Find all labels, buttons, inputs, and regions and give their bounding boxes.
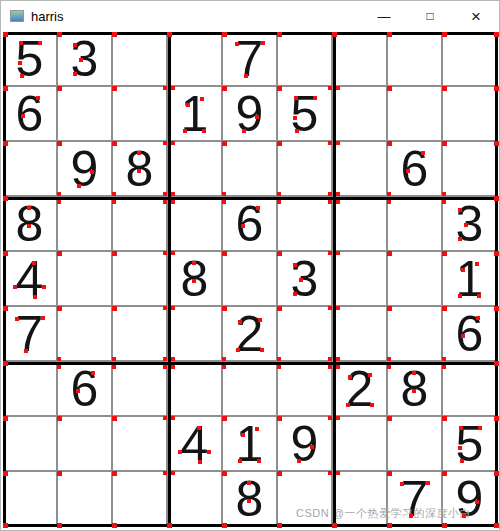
corner-marker xyxy=(494,306,499,311)
sudoku-cell: 3 xyxy=(58,32,113,87)
corner-marker-dot xyxy=(257,459,261,463)
corner-marker xyxy=(277,471,282,476)
corner-marker xyxy=(3,251,8,256)
sudoku-cell xyxy=(58,252,113,307)
corner-marker-dot xyxy=(478,426,482,430)
app-icon xyxy=(10,10,24,22)
sudoku-cell: 5 xyxy=(278,87,333,142)
corner-marker xyxy=(336,141,340,145)
corner-marker xyxy=(336,471,340,475)
corner-marker xyxy=(442,251,447,256)
corner-marker xyxy=(3,306,8,311)
corner-marker-dot xyxy=(241,433,245,437)
corner-marker xyxy=(387,357,391,361)
sudoku-cell: 1 xyxy=(223,417,278,472)
corner-marker-dot xyxy=(426,481,430,485)
corner-marker xyxy=(442,32,447,37)
grid-line-vertical xyxy=(168,32,171,527)
corner-marker xyxy=(387,416,392,421)
sudoku-cell xyxy=(113,417,168,472)
sudoku-board: 537619598686348317266284195879 CSDN @一个热… xyxy=(3,32,498,527)
corner-marker xyxy=(57,365,61,369)
corner-marker xyxy=(328,357,332,361)
corner-marker xyxy=(57,306,62,311)
sudoku-cell: 9 xyxy=(223,87,278,142)
corner-marker xyxy=(336,306,340,310)
corner-marker-dot xyxy=(368,373,372,377)
sudoku-cell xyxy=(388,197,443,252)
corner-marker xyxy=(387,192,391,196)
window-title: harris xyxy=(31,9,64,24)
sudoku-cell xyxy=(113,32,168,87)
corner-marker xyxy=(442,306,447,311)
corner-marker-dot xyxy=(294,96,298,100)
minimize-button[interactable]: — xyxy=(361,1,407,31)
corner-marker xyxy=(57,192,61,196)
sudoku-cell xyxy=(168,197,223,252)
corner-marker-dot xyxy=(21,114,25,118)
corner-marker xyxy=(328,306,332,310)
corner-marker-dot xyxy=(235,42,239,46)
sudoku-grid: 537619598686348317266284195879 xyxy=(3,32,498,527)
maximize-button[interactable]: □ xyxy=(407,1,453,31)
corner-marker xyxy=(328,141,332,145)
sudoku-digit: 4 xyxy=(16,254,44,304)
sudoku-cell xyxy=(223,252,278,307)
sudoku-digit: 9 xyxy=(71,144,99,194)
corner-marker-dot xyxy=(192,279,196,283)
sudoku-cell xyxy=(333,142,388,197)
corner-marker xyxy=(112,416,117,421)
corner-marker xyxy=(328,251,332,255)
corner-marker-dot xyxy=(348,375,352,379)
sudoku-cell xyxy=(113,472,168,527)
corner-marker xyxy=(277,32,282,37)
corner-marker xyxy=(442,86,447,91)
corner-marker xyxy=(171,141,175,145)
corner-marker-dot xyxy=(464,223,468,227)
titlebar[interactable]: harris — □ × xyxy=(1,1,499,31)
sudoku-cell xyxy=(443,362,498,417)
corner-marker xyxy=(387,86,392,91)
sudoku-cell xyxy=(168,472,223,527)
sudoku-cell: 4 xyxy=(168,417,223,472)
corner-marker xyxy=(442,141,447,146)
corner-marker-dot xyxy=(238,320,242,324)
corner-marker-dot xyxy=(241,224,245,228)
corner-marker-dot xyxy=(310,445,314,449)
sudoku-cell xyxy=(333,32,388,87)
sudoku-cell: 3 xyxy=(278,252,333,307)
corner-marker xyxy=(3,471,8,476)
corner-marker xyxy=(336,192,340,196)
sudoku-cell xyxy=(168,32,223,87)
sudoku-cell xyxy=(443,87,498,142)
sudoku-cell: 8 xyxy=(113,142,168,197)
corner-marker xyxy=(171,365,175,369)
corner-marker xyxy=(163,86,167,90)
sudoku-cell xyxy=(333,252,388,307)
corner-marker xyxy=(387,200,391,204)
sudoku-cell: 7 xyxy=(3,307,58,362)
corner-marker xyxy=(57,416,62,421)
corner-marker xyxy=(112,251,117,256)
corner-marker xyxy=(336,200,340,204)
corner-marker-dot xyxy=(238,459,242,463)
corner-marker-dot xyxy=(42,285,46,289)
corner-marker xyxy=(112,523,117,528)
corner-marker-dot xyxy=(247,481,251,485)
corner-marker xyxy=(494,523,499,528)
corner-marker-dot xyxy=(20,74,24,78)
corner-marker-dot xyxy=(475,500,479,504)
corner-marker xyxy=(112,141,117,146)
corner-marker xyxy=(3,141,8,146)
corner-marker xyxy=(336,357,340,361)
corner-marker xyxy=(171,306,175,310)
corner-marker xyxy=(57,357,61,361)
corner-marker xyxy=(494,86,499,91)
corner-marker xyxy=(336,251,340,255)
sudoku-cell xyxy=(113,362,168,417)
sudoku-cell xyxy=(3,472,58,527)
corner-marker xyxy=(222,416,227,421)
corner-marker-dot xyxy=(247,499,251,503)
corner-marker xyxy=(163,200,167,204)
sudoku-cell: 8 xyxy=(223,472,278,527)
corner-marker-dot xyxy=(27,224,31,228)
corner-marker xyxy=(494,416,499,421)
corner-marker-dot xyxy=(27,206,31,210)
corner-marker xyxy=(387,32,392,37)
corner-marker-dot xyxy=(13,285,17,289)
corner-marker xyxy=(163,357,167,361)
corner-marker xyxy=(494,32,499,37)
corner-marker-dot xyxy=(200,97,204,101)
corner-marker-dot xyxy=(255,427,259,431)
corner-marker-dot xyxy=(475,262,479,266)
sudoku-digit: 9 xyxy=(291,419,319,469)
corner-marker xyxy=(57,141,62,146)
corner-marker xyxy=(163,141,167,145)
corner-marker xyxy=(112,365,116,369)
close-button[interactable]: × xyxy=(453,1,499,31)
corner-marker-dot xyxy=(313,96,317,100)
corner-marker-dot xyxy=(297,459,301,463)
corner-marker xyxy=(387,251,392,256)
corner-marker xyxy=(57,251,62,256)
sudoku-cell xyxy=(333,307,388,362)
sudoku-digit: 7 xyxy=(236,34,264,84)
corner-marker xyxy=(222,251,227,256)
sudoku-cell: 8 xyxy=(388,362,443,417)
sudoku-cell: 8 xyxy=(168,252,223,307)
corner-marker xyxy=(112,200,116,204)
sudoku-cell: 6 xyxy=(443,307,498,362)
corner-marker xyxy=(277,365,281,369)
corner-marker xyxy=(336,365,340,369)
sudoku-cell xyxy=(168,362,223,417)
sudoku-cell xyxy=(58,87,113,142)
corner-marker xyxy=(171,471,175,475)
sudoku-cell xyxy=(333,87,388,142)
sudoku-digit: 9 xyxy=(236,89,264,139)
corner-marker-dot xyxy=(137,151,141,155)
sudoku-cell xyxy=(58,197,113,252)
corner-marker xyxy=(3,416,8,421)
sudoku-cell: 3 xyxy=(443,197,498,252)
close-icon: × xyxy=(471,8,481,25)
corner-marker-dot xyxy=(258,318,262,322)
corner-marker-dot xyxy=(183,129,187,133)
sudoku-cell xyxy=(388,32,443,87)
corner-marker-dot xyxy=(90,170,94,174)
sudoku-cell: 2 xyxy=(223,307,278,362)
corner-marker xyxy=(277,357,281,361)
corner-marker xyxy=(112,306,117,311)
corner-marker xyxy=(387,523,392,528)
corner-marker-dot xyxy=(202,129,206,133)
corner-marker xyxy=(442,192,446,196)
corner-marker-dot xyxy=(77,184,81,188)
corner-marker-dot xyxy=(460,459,464,463)
corner-marker-dot xyxy=(260,348,264,352)
corner-marker-dot xyxy=(256,206,260,210)
corner-marker-dot xyxy=(73,43,77,47)
corner-marker xyxy=(171,416,175,420)
corner-marker-dot xyxy=(73,72,77,76)
corner-marker-dot xyxy=(242,129,246,133)
corner-marker xyxy=(222,365,226,369)
corner-marker-dot xyxy=(36,96,40,100)
corner-marker-dot xyxy=(18,61,22,65)
corner-marker-dot xyxy=(476,316,480,320)
grid-line-horizontal xyxy=(3,362,498,365)
corner-marker-dot xyxy=(197,426,201,430)
sudoku-cell xyxy=(388,252,443,307)
corner-marker-dot xyxy=(198,460,202,464)
corner-marker-dot xyxy=(293,263,297,267)
sudoku-cell xyxy=(278,32,333,87)
corner-marker xyxy=(277,251,282,256)
corner-marker xyxy=(277,416,282,421)
corner-marker xyxy=(167,523,172,528)
corner-marker xyxy=(328,416,332,420)
corner-marker-dot xyxy=(409,514,413,518)
corner-marker xyxy=(328,192,332,196)
sudoku-cell xyxy=(388,417,443,472)
corner-marker xyxy=(222,200,226,204)
corner-marker-dot xyxy=(261,41,265,45)
sudoku-cell: 8 xyxy=(3,197,58,252)
corner-marker-dot xyxy=(19,41,23,45)
grid-line-horizontal xyxy=(3,32,498,35)
sudoku-cell xyxy=(443,142,498,197)
sudoku-cell: 6 xyxy=(58,362,113,417)
corner-marker xyxy=(3,196,8,201)
corner-marker-dot xyxy=(346,403,350,407)
corner-marker-dot xyxy=(15,317,19,321)
sudoku-cell: 9 xyxy=(58,142,113,197)
sudoku-cell xyxy=(278,142,333,197)
sudoku-digit: 7 xyxy=(16,309,44,359)
corner-marker xyxy=(3,32,8,37)
corner-marker xyxy=(3,86,8,91)
corner-marker xyxy=(442,357,446,361)
corner-marker xyxy=(494,361,499,366)
corner-marker-dot xyxy=(33,295,37,299)
corner-marker xyxy=(494,141,499,146)
corner-marker xyxy=(387,365,391,369)
app-window: harris — □ × 537619598686348317266284195… xyxy=(0,0,500,531)
window-controls: — □ × xyxy=(361,1,499,31)
sudoku-digit: 3 xyxy=(291,254,319,304)
corner-marker-dot xyxy=(41,316,45,320)
corner-marker-dot xyxy=(458,208,462,212)
corner-marker xyxy=(112,192,116,196)
corner-marker-dot xyxy=(295,129,299,133)
corner-marker xyxy=(171,357,175,361)
corner-marker-dot xyxy=(477,294,481,298)
corner-marker xyxy=(3,523,8,528)
corner-marker xyxy=(57,471,62,476)
sudoku-digit: 3 xyxy=(456,199,484,249)
corner-marker xyxy=(442,523,447,528)
corner-marker xyxy=(163,416,167,420)
sudoku-digit: 4 xyxy=(181,419,209,469)
corner-marker-dot xyxy=(24,349,28,353)
sudoku-cell xyxy=(333,417,388,472)
corner-marker xyxy=(171,86,175,90)
corner-marker-dot xyxy=(137,169,141,173)
corner-marker-dot xyxy=(207,450,211,454)
corner-marker xyxy=(222,471,227,476)
corner-marker-dot xyxy=(299,278,303,282)
sudoku-digit: 3 xyxy=(71,34,99,84)
corner-marker-dot xyxy=(244,74,248,78)
corner-marker-dot xyxy=(293,292,297,296)
corner-marker xyxy=(112,471,117,476)
corner-marker-dot xyxy=(458,294,462,298)
corner-marker xyxy=(442,416,447,421)
sudoku-cell xyxy=(58,472,113,527)
corner-marker xyxy=(167,32,172,37)
corner-marker-dot xyxy=(192,261,196,265)
corner-marker xyxy=(494,251,499,256)
corner-marker xyxy=(442,471,447,476)
corner-marker-dot xyxy=(76,389,80,393)
sudoku-cell xyxy=(388,307,443,362)
corner-marker xyxy=(277,141,282,146)
corner-marker xyxy=(277,200,281,204)
corner-marker-dot xyxy=(462,514,466,518)
grid-line-vertical xyxy=(333,32,336,527)
corner-marker xyxy=(112,32,117,37)
corner-marker xyxy=(328,86,332,90)
sudoku-cell xyxy=(168,307,223,362)
corner-marker xyxy=(387,471,392,476)
corner-marker xyxy=(336,416,340,420)
sudoku-cell: 4 xyxy=(3,252,58,307)
corner-marker-dot xyxy=(406,169,410,173)
sudoku-cell: 6 xyxy=(223,197,278,252)
sudoku-cell xyxy=(278,362,333,417)
corner-marker xyxy=(163,192,167,196)
sudoku-cell xyxy=(168,142,223,197)
sudoku-cell xyxy=(3,417,58,472)
corner-marker xyxy=(222,141,227,146)
sudoku-cell: 9 xyxy=(278,417,333,472)
corner-marker xyxy=(277,86,282,91)
sudoku-cell xyxy=(333,197,388,252)
corner-marker xyxy=(277,192,281,196)
sudoku-cell: 2 xyxy=(333,362,388,417)
sudoku-cell xyxy=(443,32,498,87)
corner-marker-dot xyxy=(458,446,462,450)
corner-marker xyxy=(277,306,282,311)
corner-marker-dot xyxy=(236,348,240,352)
corner-marker xyxy=(442,200,446,204)
sudoku-cell: 1 xyxy=(443,252,498,307)
sudoku-cell xyxy=(58,307,113,362)
corner-marker xyxy=(57,86,62,91)
sudoku-cell: 5 xyxy=(443,417,498,472)
corner-marker-dot xyxy=(400,482,404,486)
corner-marker xyxy=(336,86,340,90)
corner-marker xyxy=(222,357,226,361)
corner-marker-dot xyxy=(38,41,42,45)
corner-marker xyxy=(222,306,227,311)
corner-marker xyxy=(222,32,227,37)
sudoku-cell xyxy=(3,362,58,417)
corner-marker-dot xyxy=(370,403,374,407)
corner-marker xyxy=(332,523,337,528)
corner-marker xyxy=(163,365,167,369)
corner-marker-dot xyxy=(461,334,465,338)
sudoku-cell: 7 xyxy=(223,32,278,87)
sudoku-cell: 5 xyxy=(3,32,58,87)
corner-marker-dot xyxy=(293,116,297,120)
sudoku-cell: 6 xyxy=(388,142,443,197)
corner-marker xyxy=(171,251,175,255)
sudoku-cell xyxy=(388,87,443,142)
corner-marker xyxy=(57,32,62,37)
grid-line-vertical xyxy=(495,32,498,527)
corner-marker xyxy=(442,365,446,369)
corner-marker-dot xyxy=(186,103,190,107)
corner-marker xyxy=(3,361,8,366)
corner-marker-dot xyxy=(32,261,36,265)
corner-marker xyxy=(171,200,175,204)
corner-marker xyxy=(328,365,332,369)
corner-marker-dot xyxy=(412,389,416,393)
corner-marker xyxy=(163,251,167,255)
corner-marker xyxy=(387,306,392,311)
corner-marker-dot xyxy=(461,268,465,272)
corner-marker-dot xyxy=(79,58,83,62)
sudoku-cell xyxy=(113,197,168,252)
corner-marker xyxy=(163,306,167,310)
sudoku-cell xyxy=(278,307,333,362)
sudoku-cell xyxy=(113,307,168,362)
corner-marker xyxy=(112,357,116,361)
corner-marker xyxy=(222,86,227,91)
sudoku-cell xyxy=(223,142,278,197)
maximize-icon: □ xyxy=(426,10,433,22)
corner-marker xyxy=(163,471,167,475)
corner-marker xyxy=(277,523,282,528)
corner-marker xyxy=(57,200,61,204)
